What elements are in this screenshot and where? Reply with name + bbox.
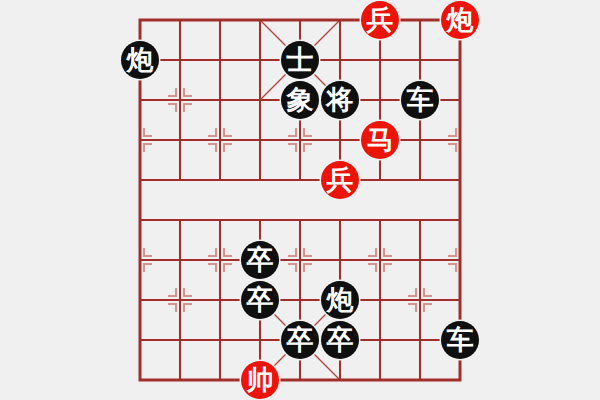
piece-red-general[interactable]: 帅 xyxy=(241,361,279,399)
piece-black-chariot[interactable]: 车 xyxy=(401,81,439,119)
xiangqi-app: 兵炮炮士象将车马兵卒卒炮卒卒车帅 xyxy=(0,0,600,400)
piece-black-cannon[interactable]: 炮 xyxy=(321,281,359,319)
piece-red-soldier[interactable]: 兵 xyxy=(361,1,399,39)
pieces-layer: 兵炮炮士象将车马兵卒卒炮卒卒车帅 xyxy=(120,0,480,400)
piece-black-soldier[interactable]: 卒 xyxy=(281,321,319,359)
piece-black-advisor[interactable]: 士 xyxy=(281,41,319,79)
piece-black-chariot[interactable]: 车 xyxy=(441,321,479,359)
piece-black-cannon[interactable]: 炮 xyxy=(121,41,159,79)
piece-black-general[interactable]: 将 xyxy=(321,81,359,119)
piece-red-horse[interactable]: 马 xyxy=(361,121,399,159)
piece-black-soldier[interactable]: 卒 xyxy=(241,281,279,319)
piece-black-soldier[interactable]: 卒 xyxy=(321,321,359,359)
piece-black-soldier[interactable]: 卒 xyxy=(241,241,279,279)
piece-red-cannon[interactable]: 炮 xyxy=(441,1,479,39)
piece-red-soldier[interactable]: 兵 xyxy=(321,161,359,199)
piece-black-elephant[interactable]: 象 xyxy=(281,81,319,119)
